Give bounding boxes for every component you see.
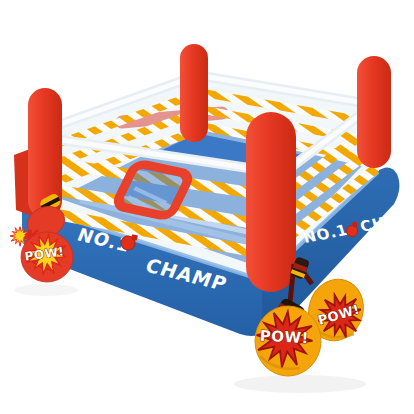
pow-text-right-lower: POW!	[259, 327, 309, 348]
boxing-ring-bouncer: NO.1 CHAMP NO.1 CHAMP	[0, 0, 414, 414]
corner-post-right	[357, 56, 391, 168]
corner-post-front	[246, 112, 296, 292]
corner-post-back	[180, 44, 208, 142]
product-photo: NO.1 CHAMP NO.1 CHAMP	[0, 0, 414, 414]
